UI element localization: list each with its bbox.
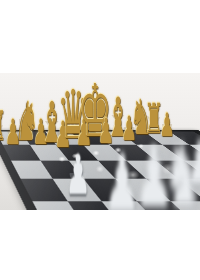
silver-pawn: ♟ [65,148,90,202]
chess-set-photo: ♜♜♟♟♞♞♟♟♝♝♟♟♛♛♟♟♚♚♟♟♝♝♟♟♞♞♜♜♟♟♟♟♟♟♞♟ [0,73,200,210]
product-photo: ♜♜♟♟♞♞♟♟♝♝♟♟♛♛♟♟♚♚♟♟♝♝♟♟♞♞♜♜♟♟♟♟♟♟♞♟ [0,0,200,280]
silver-pawn: ♟ [186,134,200,193]
pieces-layer: ♜♜♟♟♞♞♟♟♝♝♟♟♛♛♟♟♚♚♟♟♝♝♟♟♞♞♜♜♟♟♟♟♟♟♞♟ [0,73,200,210]
